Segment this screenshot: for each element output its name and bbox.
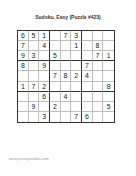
cell-r8c8 [93,102,104,112]
cell-r1c5: 7 [61,31,72,41]
cell-r6c5 [61,82,72,92]
cell-r8c4: 2 [50,102,61,112]
footer-url: www.printmysudoku.com [9,157,49,161]
cell-r2c9 [103,41,114,51]
cell-r7c8 [93,92,104,102]
cell-r5c7: 4 [82,71,93,81]
cell-r5c6: 2 [71,71,82,81]
cell-r5c3 [39,71,50,81]
cell-r3c2: 3 [29,51,40,61]
cell-r4c2 [29,61,40,71]
cell-r2c6: 1 [71,41,82,51]
cell-r9c1 [18,112,29,122]
cell-r2c4 [50,41,61,51]
cell-r3c7 [82,51,93,61]
cell-r1c2: 5 [29,31,40,41]
cell-r1c6: 3 [71,31,82,41]
cell-r9c3: 3 [39,112,50,122]
cell-r9c6: 7 [71,112,82,122]
cell-r7c6 [71,92,82,102]
cell-r4c5 [61,61,72,71]
cell-r6c6 [71,82,82,92]
cell-r7c4 [50,92,61,102]
cell-r9c5 [61,112,72,122]
cell-r5c8 [93,71,104,81]
cell-r2c2 [29,41,40,51]
cell-r4c4 [50,61,61,71]
cell-r3c8: 7 [93,51,104,61]
cell-r7c7 [82,92,93,102]
cell-r6c9: 8 [103,82,114,92]
cell-r1c1: 6 [18,31,29,41]
cell-r2c5 [61,41,72,51]
cell-r3c3 [39,51,50,61]
cell-r5c5: 8 [61,71,72,81]
cell-r3c5 [61,51,72,61]
cell-r2c3: 4 [39,41,50,51]
cell-r8c6 [71,102,82,112]
cell-r8c2: 9 [29,102,40,112]
cell-r4c7: 7 [82,61,93,71]
cell-r7c3: 6 [39,92,50,102]
cell-r3c4: 5 [50,51,61,61]
cell-r6c8 [93,82,104,92]
cell-r7c9 [103,92,114,102]
cell-r8c5 [61,102,72,112]
cell-r4c1: 8 [18,61,29,71]
cell-r5c1 [18,71,29,81]
cell-r8c1 [18,102,29,112]
sudoku-page: Sudoku, Easy (Puzzle #423) 6517374189357… [0,0,136,176]
cell-r1c4 [50,31,61,41]
cell-r7c5: 4 [61,92,72,102]
cell-r9c7: 6 [82,112,93,122]
page-title: Sudoku, Easy (Puzzle #423) [0,14,136,20]
cell-r6c4 [50,82,61,92]
cell-r8c7 [82,102,93,112]
cell-r3c1: 9 [18,51,29,61]
cell-r1c9 [103,31,114,41]
cell-r5c9 [103,71,114,81]
cell-r9c8 [93,112,104,122]
cell-r4c3: 9 [39,61,50,71]
cell-r8c3 [39,102,50,112]
cell-r5c2 [29,71,40,81]
cell-r4c9 [103,61,114,71]
cell-r9c2 [29,112,40,122]
cell-r2c1: 7 [18,41,29,51]
sudoku-grid: 651737418935718977824172864925376 [17,30,115,123]
cell-r1c7 [82,31,93,41]
cell-r3c6 [71,51,82,61]
cell-r6c2: 7 [29,82,40,92]
cell-r1c3: 1 [39,31,50,41]
cell-r6c7 [82,82,93,92]
cell-r9c4 [50,112,61,122]
cell-r8c9: 5 [103,102,114,112]
cell-r5c4: 7 [50,71,61,81]
cell-r1c8 [93,31,104,41]
cell-r3c9: 1 [103,51,114,61]
cell-r4c6 [71,61,82,71]
cell-r4c8 [93,61,104,71]
cell-r6c1: 1 [18,82,29,92]
cell-r2c7 [82,41,93,51]
cell-r2c8: 8 [93,41,104,51]
cell-r7c1 [18,92,29,102]
cell-r6c3: 2 [39,82,50,92]
cell-r7c2 [29,92,40,102]
cell-r9c9 [103,112,114,122]
